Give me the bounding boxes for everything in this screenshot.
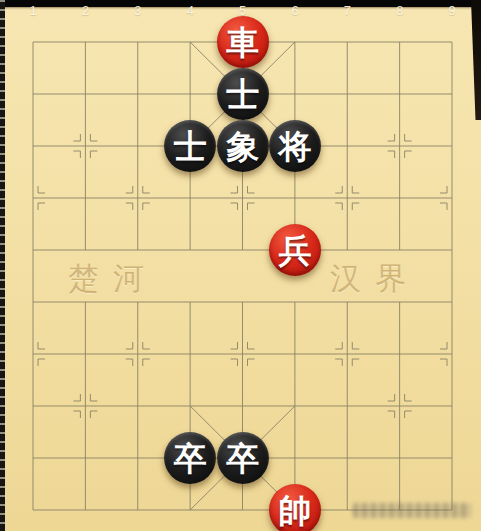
watermark-blur: [353, 503, 471, 518]
piece-black-advisor[interactable]: 士: [217, 68, 269, 120]
piece-red-general[interactable]: 帥: [269, 484, 321, 531]
piece-black-general[interactable]: 将: [269, 120, 321, 172]
piece-black-elephant[interactable]: 象: [217, 120, 269, 172]
pieces-layer: 車士士象将兵卒卒帥: [7, 16, 478, 531]
piece-red-soldier[interactable]: 兵: [269, 224, 321, 276]
piece-red-chariot[interactable]: 車: [217, 16, 269, 68]
piece-black-soldier[interactable]: 卒: [217, 432, 269, 484]
piece-black-advisor[interactable]: 士: [164, 120, 216, 172]
xiangqi-board-screenshot: 1 2 3 4 5 6 7 8 9 楚河 汉界 車士士象将兵卒卒帥: [0, 0, 481, 531]
piece-black-soldier[interactable]: 卒: [164, 432, 216, 484]
